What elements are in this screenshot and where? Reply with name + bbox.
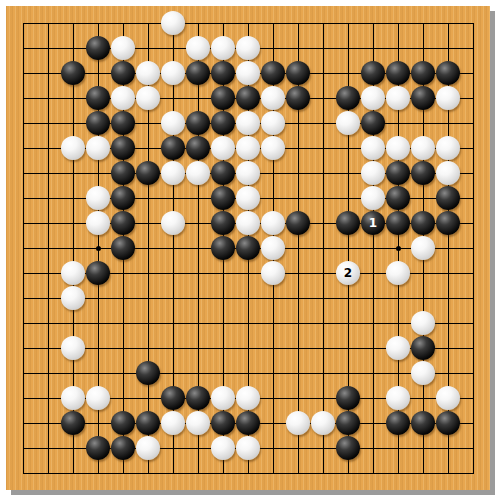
white-stone	[161, 161, 185, 185]
black-stone	[411, 336, 435, 360]
white-stone	[211, 36, 235, 60]
white-stone	[361, 161, 385, 185]
white-stone	[61, 336, 85, 360]
white-stone	[361, 86, 385, 110]
black-stone	[361, 61, 385, 85]
black-stone	[386, 61, 410, 85]
white-stone	[186, 411, 210, 435]
black-stone	[136, 161, 160, 185]
white-stone	[386, 261, 410, 285]
black-stone	[411, 211, 435, 235]
white-stone	[86, 386, 110, 410]
white-stone	[436, 86, 460, 110]
black-stone	[411, 86, 435, 110]
white-stone	[386, 336, 410, 360]
black-stone	[61, 61, 85, 85]
white-stone	[61, 386, 85, 410]
black-stone	[236, 411, 260, 435]
black-stone	[261, 61, 285, 85]
black-stone	[136, 361, 160, 385]
black-stone	[336, 411, 360, 435]
move-number-label: 2	[344, 267, 352, 279]
grid-line-horizontal	[23, 473, 474, 474]
white-stone	[286, 411, 310, 435]
black-stone	[211, 236, 235, 260]
white-stone	[361, 136, 385, 160]
white-stone	[386, 386, 410, 410]
black-stone	[361, 111, 385, 135]
white-stone	[411, 236, 435, 260]
black-stone	[211, 186, 235, 210]
black-stone	[236, 236, 260, 260]
black-stone	[411, 411, 435, 435]
black-stone	[211, 61, 235, 85]
white-stone	[236, 36, 260, 60]
white-stone	[86, 211, 110, 235]
white-stone	[236, 436, 260, 460]
white-stone	[186, 161, 210, 185]
white-stone	[61, 261, 85, 285]
black-stone	[436, 411, 460, 435]
black-stone	[161, 386, 185, 410]
white-stone	[61, 136, 85, 160]
white-stone	[136, 86, 160, 110]
black-stone	[211, 161, 235, 185]
grid-line-horizontal	[23, 298, 474, 299]
black-stone	[411, 61, 435, 85]
black-stone	[436, 186, 460, 210]
white-stone	[336, 111, 360, 135]
white-stone	[111, 36, 135, 60]
star-point	[396, 246, 401, 251]
white-stone	[386, 136, 410, 160]
black-stone	[161, 136, 185, 160]
black-stone	[336, 436, 360, 460]
black-stone	[336, 386, 360, 410]
black-stone	[236, 86, 260, 110]
white-stone	[236, 61, 260, 85]
black-stone	[111, 186, 135, 210]
white-stone	[161, 211, 185, 235]
white-stone	[261, 211, 285, 235]
white-stone	[211, 436, 235, 460]
black-stone	[286, 211, 310, 235]
black-stone	[211, 86, 235, 110]
white-stone	[411, 136, 435, 160]
white-stone	[411, 311, 435, 335]
go-app-window: 12	[0, 0, 500, 500]
black-stone	[86, 261, 110, 285]
white-stone	[411, 361, 435, 385]
black-stone	[111, 236, 135, 260]
white-stone: 2	[336, 261, 360, 285]
black-stone	[336, 211, 360, 235]
white-stone	[311, 411, 335, 435]
white-stone	[211, 136, 235, 160]
black-stone	[436, 211, 460, 235]
black-stone	[111, 411, 135, 435]
black-stone	[111, 436, 135, 460]
black-stone	[386, 411, 410, 435]
black-stone	[186, 111, 210, 135]
move-number-label: 1	[369, 217, 377, 229]
grid-line-horizontal	[23, 323, 474, 324]
white-stone	[161, 61, 185, 85]
black-stone	[286, 61, 310, 85]
grid-line-vertical	[323, 23, 324, 474]
black-stone	[211, 111, 235, 135]
black-stone	[86, 86, 110, 110]
black-stone	[111, 136, 135, 160]
black-stone: 1	[361, 211, 385, 235]
white-stone	[236, 136, 260, 160]
black-stone	[111, 61, 135, 85]
white-stone	[386, 86, 410, 110]
black-stone	[186, 61, 210, 85]
black-stone	[211, 411, 235, 435]
white-stone	[136, 61, 160, 85]
white-stone	[236, 161, 260, 185]
white-stone	[236, 186, 260, 210]
white-stone	[261, 136, 285, 160]
white-stone	[436, 161, 460, 185]
white-stone	[236, 211, 260, 235]
black-stone	[86, 436, 110, 460]
black-stone	[111, 161, 135, 185]
go-board[interactable]: 12	[6, 6, 490, 490]
black-stone	[211, 211, 235, 235]
black-stone	[386, 161, 410, 185]
black-stone	[411, 161, 435, 185]
white-stone	[61, 286, 85, 310]
black-stone	[111, 211, 135, 235]
white-stone	[211, 386, 235, 410]
black-stone	[286, 86, 310, 110]
white-stone	[236, 386, 260, 410]
grid-line-horizontal	[23, 373, 474, 374]
black-stone	[111, 111, 135, 135]
white-stone	[261, 261, 285, 285]
white-stone	[436, 386, 460, 410]
white-stone	[436, 136, 460, 160]
black-stone	[86, 111, 110, 135]
black-stone	[61, 411, 85, 435]
black-stone	[386, 186, 410, 210]
white-stone	[161, 11, 185, 35]
white-stone	[161, 411, 185, 435]
black-stone	[186, 386, 210, 410]
white-stone	[236, 111, 260, 135]
black-stone	[386, 211, 410, 235]
white-stone	[86, 136, 110, 160]
white-stone	[261, 111, 285, 135]
black-stone	[136, 411, 160, 435]
white-stone	[261, 236, 285, 260]
white-stone	[111, 86, 135, 110]
black-stone	[436, 61, 460, 85]
white-stone	[161, 111, 185, 135]
black-stone	[186, 136, 210, 160]
grid-line-vertical	[473, 23, 474, 474]
white-stone	[86, 186, 110, 210]
white-stone	[136, 436, 160, 460]
white-stone	[361, 186, 385, 210]
star-point	[96, 246, 101, 251]
white-stone	[186, 36, 210, 60]
black-stone	[86, 36, 110, 60]
white-stone	[261, 86, 285, 110]
black-stone	[336, 86, 360, 110]
